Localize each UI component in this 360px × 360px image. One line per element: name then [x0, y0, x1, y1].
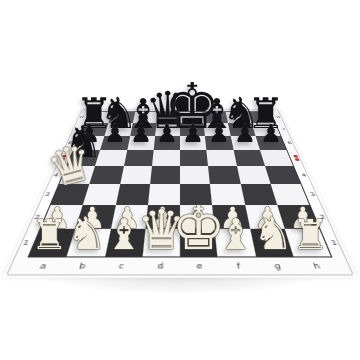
piece-black-pawn-f7: ♟	[208, 122, 230, 147]
piece-black-pawn-h7: ♟	[260, 122, 282, 147]
file-label-c: c	[100, 260, 141, 274]
file-label-h: h	[295, 260, 339, 274]
square-h4	[265, 166, 301, 184]
square-d4	[150, 166, 180, 184]
square-e5	[180, 150, 208, 166]
square-c4	[120, 166, 152, 184]
square-e4	[180, 166, 210, 184]
square-h5	[260, 150, 293, 166]
file-label-a: a	[21, 260, 65, 274]
piece-black-pawn-d7: ♟	[156, 122, 178, 147]
rank-label-right-3: 3	[304, 191, 321, 198]
chess-set-photo: abcdefgh1122334455667788 ♜♞♝♛♚♝♞♜♟♟♟♟♟♟♟…	[0, 0, 360, 360]
piece-black-pawn-g7: ♟	[234, 122, 256, 147]
piece-black-pawn-c7: ♟	[130, 122, 152, 147]
piece-white-knight-g1: ♞	[253, 211, 293, 256]
piece-white-bishop-f1: ♝	[217, 214, 255, 256]
piece-black-pawn-b7: ♟	[104, 122, 126, 147]
square-d5	[152, 150, 180, 166]
square-c5	[124, 150, 154, 166]
square-f4	[208, 166, 240, 184]
red-logo-mark-right-2	[295, 158, 300, 160]
file-label-g: g	[257, 260, 300, 274]
rank-label-right-4: 4	[296, 172, 311, 178]
square-f5	[207, 150, 237, 166]
piece-black-pawn-e7: ♟	[182, 122, 204, 147]
piece-white-knight-b1: ♞	[67, 211, 107, 256]
red-logo-mark-right-1	[293, 155, 298, 157]
file-label-b: b	[61, 260, 104, 274]
rank-label-right-6: 6	[283, 140, 296, 145]
piece-white-rook-h1: ♜	[292, 215, 329, 256]
piece-white-rook-a1: ♜	[31, 215, 68, 256]
